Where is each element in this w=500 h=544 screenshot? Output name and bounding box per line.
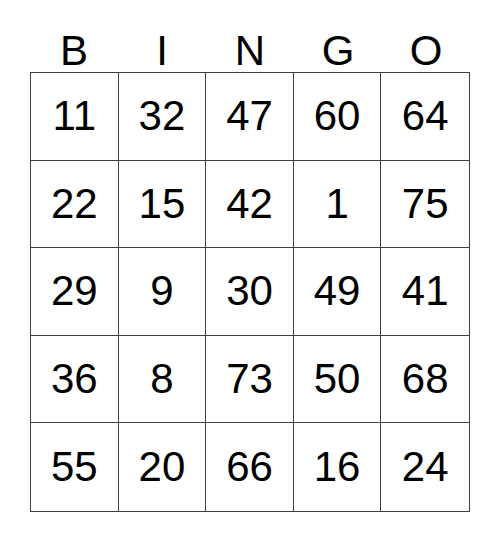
header-letter-B: B — [30, 0, 118, 72]
cell-B4[interactable]: 36 — [31, 336, 119, 424]
cell-O2[interactable]: 75 — [381, 161, 469, 249]
header-letter-G: G — [294, 0, 382, 72]
cell-G3[interactable]: 49 — [294, 248, 382, 336]
header-letter-O: O — [382, 0, 470, 72]
cell-I2[interactable]: 15 — [119, 161, 207, 249]
header-letter-N: N — [206, 0, 294, 72]
cell-O1[interactable]: 64 — [381, 73, 469, 161]
bingo-grid: 1132476064221542175299304941368735068552… — [30, 72, 470, 512]
bingo-header: BINGO — [30, 0, 470, 72]
cell-I3[interactable]: 9 — [119, 248, 207, 336]
cell-O3[interactable]: 41 — [381, 248, 469, 336]
cell-N2[interactable]: 42 — [206, 161, 294, 249]
cell-G2[interactable]: 1 — [294, 161, 382, 249]
cell-B2[interactable]: 22 — [31, 161, 119, 249]
cell-N3[interactable]: 30 — [206, 248, 294, 336]
cell-N4[interactable]: 73 — [206, 336, 294, 424]
cell-N1[interactable]: 47 — [206, 73, 294, 161]
cell-B3[interactable]: 29 — [31, 248, 119, 336]
cell-I4[interactable]: 8 — [119, 336, 207, 424]
cell-I1[interactable]: 32 — [119, 73, 207, 161]
header-letter-I: I — [118, 0, 206, 72]
bingo-card: BINGO 1132476064221542175299304941368735… — [0, 0, 500, 544]
cell-G4[interactable]: 50 — [294, 336, 382, 424]
cell-G5[interactable]: 16 — [294, 423, 382, 511]
cell-G1[interactable]: 60 — [294, 73, 382, 161]
cell-O4[interactable]: 68 — [381, 336, 469, 424]
cell-B1[interactable]: 11 — [31, 73, 119, 161]
cell-B5[interactable]: 55 — [31, 423, 119, 511]
cell-N5[interactable]: 66 — [206, 423, 294, 511]
cell-I5[interactable]: 20 — [119, 423, 207, 511]
cell-O5[interactable]: 24 — [381, 423, 469, 511]
